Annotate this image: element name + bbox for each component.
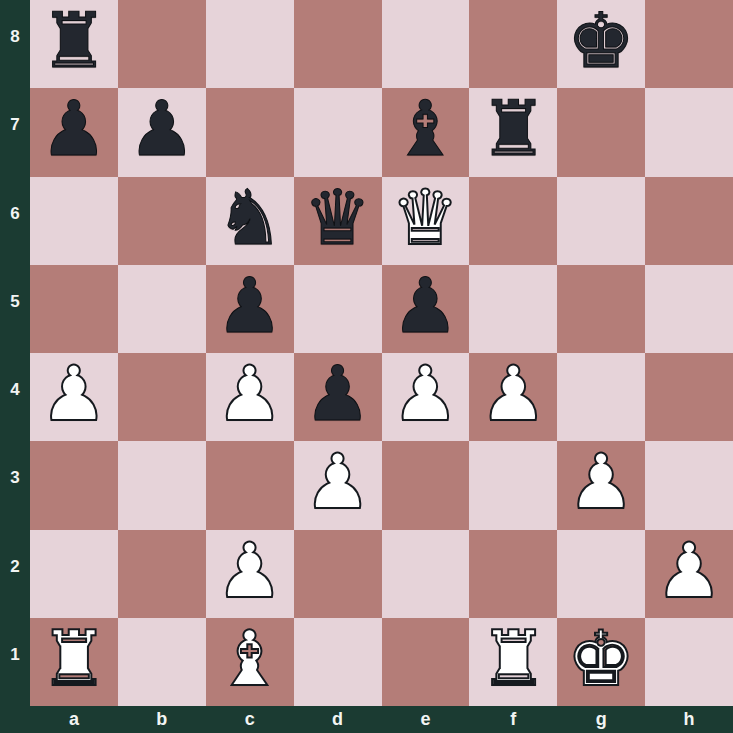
square-c6[interactable]: ♞ (206, 177, 294, 265)
piece-black-rook[interactable]: ♜ (40, 3, 108, 79)
rank-label-5: 5 (0, 265, 30, 353)
square-g5[interactable] (557, 265, 645, 353)
file-label-g: g (557, 706, 645, 733)
square-e7[interactable]: ♝ (382, 88, 470, 176)
square-g2[interactable] (557, 530, 645, 618)
file-label-e: e (382, 706, 470, 733)
square-h3[interactable] (645, 441, 733, 529)
piece-black-rook[interactable]: ♜ (479, 91, 547, 167)
square-d8[interactable] (294, 0, 382, 88)
square-e1[interactable] (382, 618, 470, 706)
square-f4[interactable]: ♟ (469, 353, 557, 441)
square-g7[interactable] (557, 88, 645, 176)
file-label-b: b (118, 706, 206, 733)
square-a7[interactable]: ♟ (30, 88, 118, 176)
square-a8[interactable]: ♜ (30, 0, 118, 88)
square-a6[interactable] (30, 177, 118, 265)
square-d7[interactable] (294, 88, 382, 176)
rank-label-2: 2 (0, 530, 30, 618)
piece-white-king[interactable]: ♚ (567, 621, 635, 697)
square-h1[interactable] (645, 618, 733, 706)
piece-black-pawn[interactable]: ♟ (216, 268, 284, 344)
piece-black-pawn[interactable]: ♟ (128, 91, 196, 167)
square-f6[interactable] (469, 177, 557, 265)
square-e4[interactable]: ♟ (382, 353, 470, 441)
square-d4[interactable]: ♟ (294, 353, 382, 441)
square-c4[interactable]: ♟ (206, 353, 294, 441)
piece-white-queen[interactable]: ♛ (391, 180, 459, 256)
piece-black-pawn[interactable]: ♟ (303, 356, 371, 432)
square-h4[interactable] (645, 353, 733, 441)
square-b1[interactable] (118, 618, 206, 706)
square-b2[interactable] (118, 530, 206, 618)
square-g6[interactable] (557, 177, 645, 265)
rank-label-4: 4 (0, 353, 30, 441)
square-a5[interactable] (30, 265, 118, 353)
square-b4[interactable] (118, 353, 206, 441)
piece-black-king[interactable]: ♚ (567, 3, 635, 79)
square-a3[interactable] (30, 441, 118, 529)
square-b7[interactable]: ♟ (118, 88, 206, 176)
square-h8[interactable] (645, 0, 733, 88)
square-c7[interactable] (206, 88, 294, 176)
square-c5[interactable]: ♟ (206, 265, 294, 353)
square-f7[interactable]: ♜ (469, 88, 557, 176)
square-f1[interactable]: ♜ (469, 618, 557, 706)
square-h2[interactable]: ♟ (645, 530, 733, 618)
file-labels: abcdefgh (30, 706, 733, 733)
square-d1[interactable] (294, 618, 382, 706)
piece-black-pawn[interactable]: ♟ (391, 268, 459, 344)
rank-label-1: 1 (0, 618, 30, 706)
square-h5[interactable] (645, 265, 733, 353)
square-d2[interactable] (294, 530, 382, 618)
file-label-h: h (645, 706, 733, 733)
rank-label-3: 3 (0, 441, 30, 529)
square-b3[interactable] (118, 441, 206, 529)
square-f5[interactable] (469, 265, 557, 353)
square-c8[interactable] (206, 0, 294, 88)
square-c3[interactable] (206, 441, 294, 529)
square-b6[interactable] (118, 177, 206, 265)
chess-board-frame: 87654321 ♜♚♟♟♝♜♞♛♛♟♟♟♟♟♟♟♟♟♟♟♜♝♜♚ abcdef… (0, 0, 733, 733)
square-d3[interactable]: ♟ (294, 441, 382, 529)
piece-white-pawn[interactable]: ♟ (655, 533, 723, 609)
square-f2[interactable] (469, 530, 557, 618)
square-f3[interactable] (469, 441, 557, 529)
square-h6[interactable] (645, 177, 733, 265)
piece-white-pawn[interactable]: ♟ (216, 533, 284, 609)
square-g1[interactable]: ♚ (557, 618, 645, 706)
square-e5[interactable]: ♟ (382, 265, 470, 353)
square-e6[interactable]: ♛ (382, 177, 470, 265)
square-h7[interactable] (645, 88, 733, 176)
square-a1[interactable]: ♜ (30, 618, 118, 706)
file-label-a: a (30, 706, 118, 733)
piece-white-pawn[interactable]: ♟ (303, 444, 371, 520)
square-e8[interactable] (382, 0, 470, 88)
square-e2[interactable] (382, 530, 470, 618)
square-g4[interactable] (557, 353, 645, 441)
rank-labels: 87654321 (0, 0, 30, 706)
piece-white-rook[interactable]: ♜ (479, 621, 547, 697)
rank-label-8: 8 (0, 0, 30, 88)
piece-white-rook[interactable]: ♜ (40, 621, 108, 697)
piece-white-pawn[interactable]: ♟ (216, 356, 284, 432)
square-d5[interactable] (294, 265, 382, 353)
piece-white-pawn[interactable]: ♟ (479, 356, 547, 432)
square-e3[interactable] (382, 441, 470, 529)
piece-white-pawn[interactable]: ♟ (391, 356, 459, 432)
file-label-f: f (469, 706, 557, 733)
square-f8[interactable] (469, 0, 557, 88)
square-a2[interactable] (30, 530, 118, 618)
square-g3[interactable]: ♟ (557, 441, 645, 529)
file-label-d: d (294, 706, 382, 733)
square-b5[interactable] (118, 265, 206, 353)
square-a4[interactable]: ♟ (30, 353, 118, 441)
piece-white-bishop[interactable]: ♝ (216, 621, 284, 697)
piece-white-pawn[interactable]: ♟ (567, 444, 635, 520)
chess-board[interactable]: ♜♚♟♟♝♜♞♛♛♟♟♟♟♟♟♟♟♟♟♟♜♝♜♚ (30, 0, 733, 706)
square-d6[interactable]: ♛ (294, 177, 382, 265)
piece-white-pawn[interactable]: ♟ (40, 356, 108, 432)
square-c1[interactable]: ♝ (206, 618, 294, 706)
rank-label-6: 6 (0, 177, 30, 265)
piece-black-bishop[interactable]: ♝ (391, 91, 459, 167)
file-label-c: c (206, 706, 294, 733)
square-g8[interactable]: ♚ (557, 0, 645, 88)
square-c2[interactable]: ♟ (206, 530, 294, 618)
piece-black-queen[interactable]: ♛ (303, 180, 371, 256)
square-b8[interactable] (118, 0, 206, 88)
piece-black-pawn[interactable]: ♟ (40, 91, 108, 167)
rank-label-7: 7 (0, 88, 30, 176)
piece-black-knight[interactable]: ♞ (216, 180, 284, 256)
